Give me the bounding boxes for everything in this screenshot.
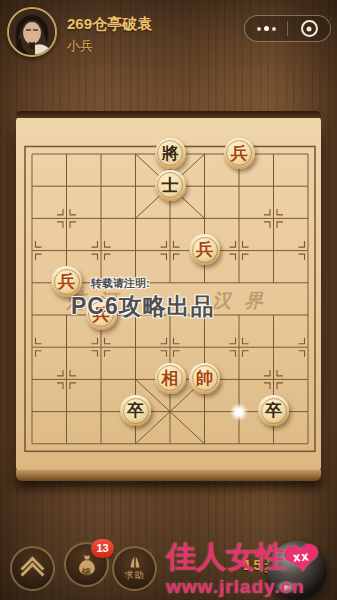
help-label: 求助 [125,569,145,582]
bag-label: 锦 [82,566,91,579]
move-marker-dot [230,403,248,421]
avatar [7,7,57,57]
chevron-up-icon [24,560,41,583]
avatar-portrait [9,9,55,55]
piece-black-soldier[interactable]: 卒 [258,395,289,426]
site-name-text: 佳人女性 [166,540,286,573]
river-text-right: 汉界 [212,288,276,314]
pc6-watermark: 转载请注明: PC6攻略出品 [71,276,215,322]
wechat-capsule [244,15,331,42]
level-difficulty-label: 小兵 [67,37,93,55]
piece-glyph: 卒 [265,402,282,419]
dot-icon [257,27,261,31]
exit-button[interactable] [288,16,330,41]
piece-glyph: 士 [162,177,179,194]
piece-black-soldier[interactable]: 卒 [120,395,151,426]
exit-circle-icon [301,20,318,37]
piece-glyph: 相 [162,370,179,387]
heart-text: xx [291,541,311,573]
dot-icon [264,26,269,31]
piece-black-general[interactable]: 將 [155,138,186,169]
piece-glyph: 帥 [196,370,213,387]
dot-icon [272,27,276,31]
piece-red-elephant[interactable]: 相 [155,363,186,394]
site-watermark: 佳人女性❤xx www.jrlady.cn [166,540,336,598]
piece-glyph: 兵 [231,145,248,162]
praying-hands-icon [124,556,146,570]
piece-glyph: 兵 [196,241,213,258]
more-button[interactable] [245,16,287,41]
page-title: 269仓亭破袁 [67,15,152,34]
piece-red-general[interactable]: 帥 [189,363,220,394]
tips-bag-button[interactable]: 锦 13 [64,542,109,587]
piece-red-soldier[interactable]: 兵 [224,138,255,169]
pc6-watermark-note: 转载请注明: [91,276,215,291]
piece-black-advisor[interactable]: 士 [155,170,186,201]
heart-icon: ❤xx [282,542,322,576]
xiangqi-board: 楚河 汉界 將兵士兵兵兵相帥卒卒 转载请注明: PC6攻略出品 [16,116,321,472]
app-screen: 269仓亭破袁 小兵 楚河 汉界 將兵士兵兵兵相帥卒卒 转载请注明: PC6攻略… [0,0,337,600]
piece-red-soldier[interactable]: 兵 [189,234,220,265]
help-button[interactable]: 求助 [112,546,157,591]
piece-glyph: 卒 [127,402,144,419]
header: 269仓亭破袁 小兵 [0,0,337,62]
expand-button[interactable] [10,546,55,591]
pc6-watermark-brand: PC6攻略出品 [71,291,215,322]
site-watermark-name: 佳人女性❤xx [166,540,336,574]
piece-glyph: 將 [162,145,179,162]
tips-count-badge: 13 [91,539,114,558]
